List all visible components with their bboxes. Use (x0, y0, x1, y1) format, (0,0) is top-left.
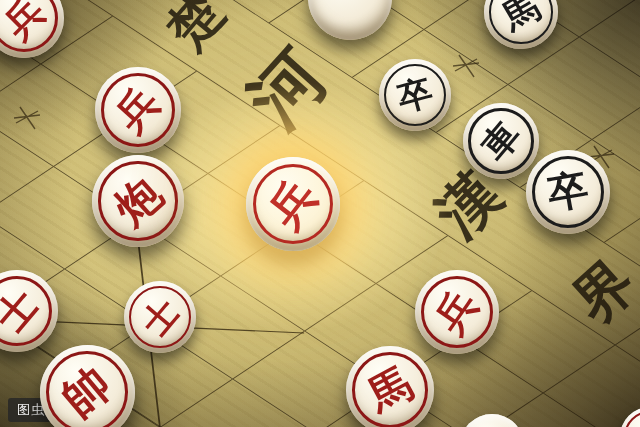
red-cannon-piece[interactable]: 炮 (92, 155, 184, 247)
piece-face-ring: 卒 (532, 156, 604, 228)
red-advisor-b-piece[interactable]: 士 (124, 281, 196, 353)
red-general-glyph: 帥 (55, 360, 119, 424)
red-horse-piece[interactable]: 馬 (346, 346, 434, 427)
piece-face-ring: 兵 (421, 276, 493, 348)
red-soldier-star-piece[interactable]: 兵 (246, 157, 340, 251)
red-soldier-glyph: 兵 (0, 0, 51, 45)
piece-face-ring: 帥 (46, 351, 128, 427)
red-soldier-glyph: 兵 (109, 81, 167, 139)
piece-face-ring: 車 (468, 108, 533, 173)
piece-face-ring: 兵 (101, 73, 175, 147)
piece-face-ring: 士 (129, 286, 191, 348)
piece-face-ring: 馬 (352, 352, 428, 427)
piece-face-ring: 卒 (384, 64, 446, 126)
xiangqi-photo: 楚河漢界 兵兵炮兵士士帥馬兵馬卒車卒 图虫创意 (0, 0, 640, 427)
piece-face-ring: 士 (0, 276, 52, 347)
black-soldier-a-piece[interactable]: 卒 (379, 59, 451, 131)
black-chariot-glyph: 車 (475, 115, 526, 166)
black-soldier-b-piece[interactable]: 卒 (526, 150, 610, 234)
red-horse-glyph: 馬 (361, 361, 418, 418)
red-advisor-glyph: 士 (0, 283, 45, 338)
black-soldier-glyph: 卒 (394, 74, 436, 116)
red-cannon-glyph: 炮 (107, 170, 169, 232)
black-chariot-piece[interactable]: 車 (463, 103, 539, 179)
red-soldier-b-piece[interactable]: 兵 (95, 67, 181, 153)
piece-face-ring: 馬 (489, 0, 553, 44)
black-horse-glyph: 馬 (497, 0, 546, 36)
piece-face-ring: 兵 (253, 164, 334, 245)
red-soldier-glyph: 兵 (429, 284, 485, 340)
red-soldier-c-piece[interactable]: 兵 (415, 270, 499, 354)
piece-face-ring: 炮 (98, 161, 177, 240)
red-soldier-glyph: 兵 (261, 172, 324, 235)
red-advisor-glyph: 士 (136, 293, 185, 342)
black-soldier-glyph: 卒 (545, 169, 592, 216)
piece-face-ring: 兵 (0, 0, 58, 52)
